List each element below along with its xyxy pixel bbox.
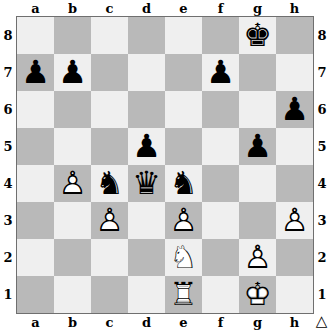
rank-labels-right: 87654321	[314, 17, 330, 313]
square-e7[interactable]	[165, 54, 202, 91]
rank-label-left-4: 4	[0, 165, 16, 202]
square-f5[interactable]	[202, 128, 239, 165]
square-h3[interactable]: ♟♙	[276, 202, 313, 239]
square-b6[interactable]	[54, 91, 91, 128]
square-a4[interactable]	[17, 165, 54, 202]
chess-board[interactable]: ♚♟♟♟♟♟♟♟♙♞♛♞♟♙♟♙♟♙♞♘♟♙♜♖♚♔	[16, 16, 314, 314]
square-b7[interactable]: ♟	[54, 54, 91, 91]
square-a7[interactable]: ♟	[17, 54, 54, 91]
square-g2[interactable]: ♟♙	[239, 239, 276, 276]
square-c8[interactable]	[91, 17, 128, 54]
white-rook[interactable]: ♜♖	[165, 276, 202, 313]
file-labels-bottom: abcdefgh	[17, 314, 313, 330]
black-pawn[interactable]: ♟	[202, 54, 239, 91]
square-a3[interactable]	[17, 202, 54, 239]
file-label-bottom-h: h	[276, 314, 313, 330]
square-f7[interactable]: ♟	[202, 54, 239, 91]
square-g8[interactable]: ♚	[239, 17, 276, 54]
file-label-bottom-b: b	[54, 314, 91, 330]
square-c1[interactable]	[91, 276, 128, 313]
rank-label-right-2: 2	[314, 239, 330, 276]
square-d3[interactable]	[128, 202, 165, 239]
square-d6[interactable]	[128, 91, 165, 128]
file-labels-top: abcdefgh	[17, 0, 313, 16]
square-d7[interactable]	[128, 54, 165, 91]
file-label-bottom-f: f	[202, 314, 239, 330]
file-label-bottom-a: a	[17, 314, 54, 330]
square-f3[interactable]	[202, 202, 239, 239]
white-pawn[interactable]: ♟♙	[54, 165, 91, 202]
file-label-top-c: c	[91, 0, 128, 16]
square-d8[interactable]	[128, 17, 165, 54]
black-queen[interactable]: ♛	[128, 165, 165, 202]
white-pawn[interactable]: ♟♙	[276, 202, 313, 239]
square-b2[interactable]	[54, 239, 91, 276]
square-g1[interactable]: ♚♔	[239, 276, 276, 313]
square-d4[interactable]: ♛	[128, 165, 165, 202]
rank-label-left-1: 1	[0, 276, 16, 313]
square-c4[interactable]: ♞	[91, 165, 128, 202]
white-pawn[interactable]: ♟♙	[239, 239, 276, 276]
square-h4[interactable]	[276, 165, 313, 202]
square-a2[interactable]	[17, 239, 54, 276]
file-label-bottom-d: d	[128, 314, 165, 330]
black-pawn[interactable]: ♟	[239, 128, 276, 165]
square-c3[interactable]: ♟♙	[91, 202, 128, 239]
square-c6[interactable]	[91, 91, 128, 128]
square-e6[interactable]	[165, 91, 202, 128]
square-h5[interactable]	[276, 128, 313, 165]
rank-label-right-7: 7	[314, 54, 330, 91]
square-f8[interactable]	[202, 17, 239, 54]
square-h1[interactable]	[276, 276, 313, 313]
square-h8[interactable]	[276, 17, 313, 54]
black-knight[interactable]: ♞	[91, 165, 128, 202]
square-f4[interactable]	[202, 165, 239, 202]
square-e2[interactable]: ♞♘	[165, 239, 202, 276]
rank-label-right-5: 5	[314, 128, 330, 165]
square-d5[interactable]: ♟	[128, 128, 165, 165]
rank-label-right-6: 6	[314, 91, 330, 128]
square-g4[interactable]	[239, 165, 276, 202]
square-e3[interactable]: ♟♙	[165, 202, 202, 239]
square-b3[interactable]	[54, 202, 91, 239]
square-h7[interactable]	[276, 54, 313, 91]
white-knight[interactable]: ♞♘	[165, 239, 202, 276]
square-d2[interactable]	[128, 239, 165, 276]
white-pawn[interactable]: ♟♙	[91, 202, 128, 239]
black-pawn[interactable]: ♟	[54, 54, 91, 91]
square-e5[interactable]	[165, 128, 202, 165]
square-e8[interactable]	[165, 17, 202, 54]
square-b5[interactable]	[54, 128, 91, 165]
square-d1[interactable]	[128, 276, 165, 313]
square-h2[interactable]	[276, 239, 313, 276]
white-pawn[interactable]: ♟♙	[165, 202, 202, 239]
square-b4[interactable]: ♟♙	[54, 165, 91, 202]
square-c2[interactable]	[91, 239, 128, 276]
square-h6[interactable]: ♟	[276, 91, 313, 128]
file-label-top-d: d	[128, 0, 165, 16]
file-label-top-a: a	[17, 0, 54, 16]
square-e1[interactable]: ♜♖	[165, 276, 202, 313]
square-b8[interactable]	[54, 17, 91, 54]
white-to-move-indicator: △	[313, 311, 330, 330]
file-label-bottom-e: e	[165, 314, 202, 330]
black-pawn[interactable]: ♟	[276, 91, 313, 128]
square-f2[interactable]	[202, 239, 239, 276]
square-f6[interactable]	[202, 91, 239, 128]
square-a8[interactable]	[17, 17, 54, 54]
square-a5[interactable]	[17, 128, 54, 165]
square-f1[interactable]	[202, 276, 239, 313]
rank-label-right-8: 8	[314, 17, 330, 54]
chess-diagram: abcdefgh 87654321 ♚♟♟♟♟♟♟♟♙♞♛♞♟♙♟♙♟♙♞♘♟♙…	[0, 0, 330, 330]
square-c7[interactable]	[91, 54, 128, 91]
rank-label-right-1: 1	[314, 276, 330, 313]
file-label-top-b: b	[54, 0, 91, 16]
square-a1[interactable]	[17, 276, 54, 313]
square-e4[interactable]: ♞	[165, 165, 202, 202]
square-c5[interactable]	[91, 128, 128, 165]
rank-label-left-2: 2	[0, 239, 16, 276]
file-label-bottom-c: c	[91, 314, 128, 330]
rank-label-right-3: 3	[314, 202, 330, 239]
black-knight[interactable]: ♞	[165, 165, 202, 202]
rank-label-right-4: 4	[314, 165, 330, 202]
square-g3[interactable]	[239, 202, 276, 239]
rank-label-left-6: 6	[0, 91, 16, 128]
square-g6[interactable]	[239, 91, 276, 128]
white-king[interactable]: ♚♔	[239, 276, 276, 313]
file-label-top-e: e	[165, 0, 202, 16]
rank-label-left-3: 3	[0, 202, 16, 239]
square-b1[interactable]	[54, 276, 91, 313]
black-king[interactable]: ♚	[239, 17, 276, 54]
rank-label-left-8: 8	[0, 17, 16, 54]
file-label-top-g: g	[239, 0, 276, 16]
file-label-top-h: h	[276, 0, 313, 16]
rank-label-left-5: 5	[0, 128, 16, 165]
rank-label-left-7: 7	[0, 54, 16, 91]
file-label-bottom-g: g	[239, 314, 276, 330]
square-a6[interactable]	[17, 91, 54, 128]
square-g5[interactable]: ♟	[239, 128, 276, 165]
black-pawn[interactable]: ♟	[17, 54, 54, 91]
rank-labels-left: 87654321	[0, 17, 16, 313]
black-pawn[interactable]: ♟	[128, 128, 165, 165]
file-label-top-f: f	[202, 0, 239, 16]
square-g7[interactable]	[239, 54, 276, 91]
